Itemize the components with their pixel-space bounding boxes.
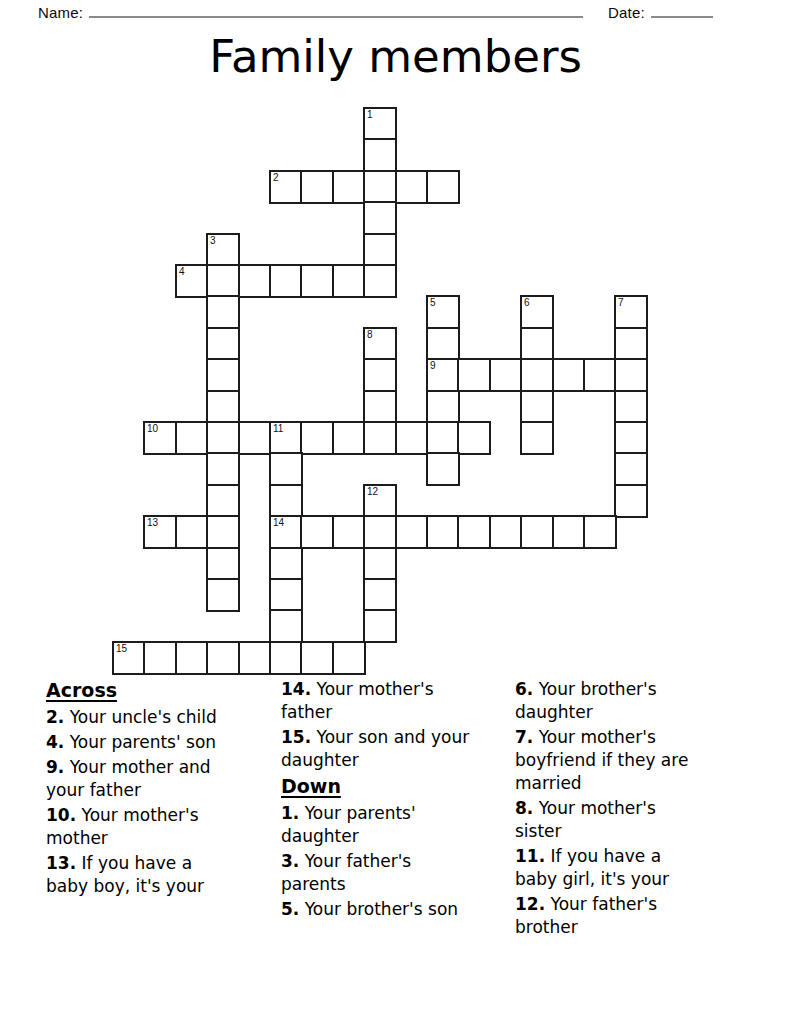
grid-cell[interactable] [614,452,648,486]
grid-cell[interactable] [457,515,491,549]
clue: 11. If you have a baby girl, it's your [515,845,755,891]
clue-list-number: 1. [281,803,299,823]
grid-cell[interactable] [363,170,397,204]
page-title: Family members [0,30,791,83]
grid-cell[interactable] [332,264,366,298]
crossword-grid: 123456789101112131415 [112,107,649,676]
grid-cell[interactable] [206,547,240,581]
grid-cell[interactable]: 6 [520,295,554,329]
clue-column-3: 6. Your brother's daughter7. Your mother… [515,678,755,941]
cell-clue-number: 11 [273,423,283,434]
cell-clue-number: 14 [273,517,284,528]
grid-cell[interactable] [614,327,648,361]
grid-cell[interactable] [520,421,554,455]
clue: 8. Your mother's sister [515,797,755,843]
grid-cell[interactable] [206,390,240,424]
grid-cell[interactable]: 9 [426,358,460,392]
grid-cell[interactable] [552,358,586,392]
name-label: Name: [38,4,83,21]
grid-cell[interactable] [363,609,397,643]
clue-list-number: 6. [515,679,533,699]
clue-list-number: 12. [515,894,545,914]
grid-cell[interactable] [363,264,397,298]
grid-cell[interactable] [238,641,272,675]
grid-cell[interactable] [614,358,648,392]
clue: 5. Your brother's son [281,898,513,921]
grid-cell[interactable] [269,484,303,518]
clue-list-number: 15. [281,727,311,747]
clue: 4. Your parents' son [46,731,271,754]
grid-cell[interactable] [363,578,397,612]
grid-cell[interactable] [363,233,397,267]
grid-cell[interactable] [206,484,240,518]
grid-cell[interactable] [363,390,397,424]
grid-cell[interactable]: 14 [269,515,303,549]
grid-cell[interactable] [426,170,460,204]
grid-cell[interactable] [395,515,429,549]
cell-clue-number: 10 [147,423,158,434]
cell-clue-number: 8 [367,329,373,340]
cell-clue-number: 12 [367,486,378,497]
grid-cell[interactable] [520,515,554,549]
grid-cell[interactable] [269,547,303,581]
grid-cell[interactable]: 15 [112,641,146,675]
grid-cell[interactable] [175,641,209,675]
cell-clue-number: 1 [367,109,373,120]
clue-list-number: 14. [281,679,311,699]
date-field-group: Date: [608,3,713,22]
cell-clue-number: 5 [430,297,436,308]
grid-cell[interactable] [489,358,523,392]
grid-cell[interactable] [457,421,491,455]
grid-cell[interactable]: 4 [175,264,209,298]
grid-cell[interactable] [332,170,366,204]
grid-cell[interactable]: 10 [143,421,177,455]
clue-list-number: 2. [46,707,64,727]
grid-cell[interactable] [300,421,334,455]
clue: 2. Your uncle's child [46,706,271,729]
grid-cell[interactable]: 11 [269,421,303,455]
grid-cell[interactable] [206,264,240,298]
grid-cell[interactable] [363,358,397,392]
grid-cell[interactable] [206,641,240,675]
clue: 3. Your father's parents [281,850,513,896]
grid-cell[interactable] [206,452,240,486]
clue: 9. Your mother and your father [46,756,271,802]
grid-cell[interactable] [143,641,177,675]
name-input-line[interactable] [89,3,583,18]
grid-cell[interactable] [238,264,272,298]
grid-cell[interactable] [175,421,209,455]
cell-clue-number: 2 [273,172,279,183]
cell-clue-number: 4 [179,266,185,277]
grid-cell[interactable] [206,327,240,361]
grid-cell[interactable]: 2 [269,170,303,204]
cell-clue-number: 6 [524,297,530,308]
cell-clue-number: 3 [210,235,216,246]
clue-list-number: 9. [46,757,64,777]
grid-cell[interactable]: 5 [426,295,460,329]
grid-cell[interactable] [457,358,491,392]
grid-cell[interactable]: 7 [614,295,648,329]
grid-cell[interactable] [363,201,397,235]
grid-cell[interactable] [489,515,523,549]
grid-cell[interactable] [269,609,303,643]
grid-cell[interactable]: 3 [206,233,240,267]
grid-cell[interactable] [300,170,334,204]
clue: 13. If you have a baby boy, it's your [46,852,271,898]
worksheet-header: Name: Date: [0,3,791,27]
grid-cell[interactable] [426,421,460,455]
grid-cell[interactable] [426,390,460,424]
cell-clue-number: 7 [618,297,624,308]
clue-list-number: 8. [515,798,533,818]
grid-cell[interactable] [238,421,272,455]
grid-cell[interactable] [269,578,303,612]
grid-cell[interactable]: 12 [363,484,397,518]
clue-list-number: 7. [515,727,533,747]
grid-cell[interactable] [552,515,586,549]
grid-cell[interactable] [363,547,397,581]
name-field-group: Name: [38,3,583,22]
grid-cell[interactable] [332,421,366,455]
clue: 10. Your mother's mother [46,804,271,850]
grid-cell[interactable] [363,138,397,172]
grid-cell[interactable] [332,515,366,549]
grid-cell[interactable] [363,421,397,455]
clue: 12. Your father's brother [515,893,755,939]
grid-cell[interactable] [520,358,554,392]
clue: 1. Your parents' daughter [281,802,513,848]
grid-cell[interactable]: 1 [363,107,397,141]
grid-cell[interactable] [363,515,397,549]
grid-cell[interactable] [614,484,648,518]
clue: 7. Your mother's boyfriend if they are m… [515,726,755,795]
clue-list-number: 13. [46,853,76,873]
cell-clue-number: 13 [147,517,158,528]
cell-clue-number: 15 [116,643,127,654]
clue-section-header: Down [281,774,513,798]
grid-cell[interactable] [614,390,648,424]
clue-list-number: 11. [515,846,545,866]
grid-cell[interactable] [332,641,366,675]
clue: 6. Your brother's daughter [515,678,755,724]
grid-cell[interactable] [269,452,303,486]
cell-clue-number: 9 [430,360,436,371]
grid-cell[interactable] [300,264,334,298]
clue-column-1: Across2. Your uncle's child4. Your paren… [46,678,271,900]
grid-cell[interactable] [206,295,240,329]
grid-cell[interactable] [426,515,460,549]
clue: 14. Your mother's father [281,678,513,724]
grid-cell[interactable] [614,421,648,455]
grid-cell[interactable] [269,641,303,675]
clue-list-number: 3. [281,851,299,871]
clue-list-number: 5. [281,899,299,919]
clue: 15. Your son and your daughter [281,726,513,772]
grid-cell[interactable]: 8 [363,327,397,361]
grid-cell[interactable] [520,390,554,424]
grid-cell[interactable] [206,578,240,612]
clue-list-number: 10. [46,805,76,825]
date-label: Date: [608,4,645,21]
grid-cell[interactable] [583,358,617,392]
grid-cell[interactable] [269,264,303,298]
grid-cell[interactable] [300,515,334,549]
grid-cell[interactable] [426,327,460,361]
grid-cell[interactable] [175,515,209,549]
grid-cell[interactable]: 13 [143,515,177,549]
clue-column-2: 14. Your mother's father15. Your son and… [281,678,513,923]
grid-cell[interactable] [206,515,240,549]
grid-cell[interactable] [206,358,240,392]
grid-cell[interactable] [395,170,429,204]
clue-list-number: 4. [46,732,64,752]
grid-cell[interactable] [520,327,554,361]
clue-section-header: Across [46,678,271,702]
grid-cell[interactable] [300,641,334,675]
grid-cell[interactable] [426,452,460,486]
grid-cell[interactable] [583,515,617,549]
date-input-line[interactable] [651,3,713,18]
grid-cell[interactable] [206,421,240,455]
grid-cell[interactable] [395,421,429,455]
